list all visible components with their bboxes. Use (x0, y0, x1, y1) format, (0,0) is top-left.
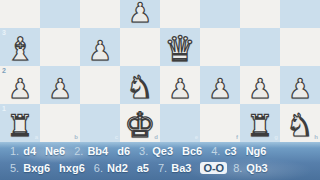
square-f3[interactable] (200, 28, 240, 66)
square-c1[interactable]: c (80, 104, 120, 142)
square-b1[interactable]: b (40, 104, 80, 142)
move-d6[interactable]: d6 (117, 145, 130, 157)
chess-app-root: 4♟3♝♟♛2♟♟♞♟♟♟♟1a♜bcd♚efg♜h♞ 1.d4Ne62.Bb4… (0, 0, 320, 180)
move-number-6.: 6. (94, 162, 103, 174)
white-pawn-c3-icon[interactable]: ♟ (88, 38, 112, 65)
file-label-b: b (74, 134, 78, 140)
square-f4[interactable] (200, 0, 240, 28)
move-number-1.: 1. (10, 145, 19, 157)
square-b3[interactable] (40, 28, 80, 66)
move-number-3.: 3. (139, 145, 148, 157)
file-label-f: f (236, 134, 238, 140)
move-number-5.: 5. (10, 162, 19, 174)
square-g3[interactable] (240, 28, 280, 66)
square-c2[interactable] (80, 66, 120, 104)
file-label-e: e (195, 134, 198, 140)
move-Qe3[interactable]: Qe3 (152, 145, 173, 157)
white-pawn-h2-icon[interactable]: ♟ (288, 76, 312, 103)
square-a4[interactable]: 4 (0, 0, 40, 28)
file-label-g: g (274, 134, 278, 140)
square-h4[interactable] (280, 0, 320, 28)
rank-label-2: 2 (2, 67, 6, 74)
white-pawn-e2-icon[interactable]: ♟ (168, 76, 192, 103)
white-pawn-d4-icon[interactable]: ♟ (128, 0, 152, 27)
white-knight-h1-icon[interactable]: ♞ (286, 110, 314, 141)
square-g4[interactable] (240, 0, 280, 28)
square-c4[interactable] (80, 0, 120, 28)
white-pawn-b2-icon[interactable]: ♟ (48, 76, 72, 103)
move-Qb3[interactable]: Qb3 (246, 162, 267, 174)
white-pawn-f2-icon[interactable]: ♟ (208, 76, 232, 103)
square-e4[interactable] (160, 0, 200, 28)
move-Ba3[interactable]: Ba3 (171, 162, 191, 174)
square-d4[interactable]: ♟ (120, 0, 160, 28)
move-Bb4[interactable]: Bb4 (87, 145, 108, 157)
square-a2[interactable]: 2♟ (0, 66, 40, 104)
move-number-4.: 4. (211, 145, 220, 157)
square-g2[interactable]: ♟ (240, 66, 280, 104)
move-number-7.: 7. (158, 162, 167, 174)
file-label-a: a (35, 134, 38, 140)
white-queen-e3-icon[interactable]: ♛ (164, 31, 195, 66)
white-bishop-a3-icon[interactable]: ♝ (6, 33, 35, 65)
move-Ng6[interactable]: Ng6 (246, 145, 267, 157)
square-d2[interactable]: ♞ (120, 66, 160, 104)
square-h1[interactable]: h♞ (280, 104, 320, 142)
move-Ne6[interactable]: Ne6 (45, 145, 65, 157)
move-Nd2[interactable]: Nd2 (107, 162, 128, 174)
square-f2[interactable]: ♟ (200, 66, 240, 104)
file-label-h: h (314, 134, 318, 140)
file-label-c: c (115, 134, 118, 140)
move-list-line-1: 1.d4Ne62.Bb4d63.Qe3Bc64.c3Ng6 (10, 145, 275, 157)
move-c3[interactable]: c3 (224, 145, 236, 157)
move-O-O-current[interactable]: O-O (200, 162, 227, 174)
board-grid: 4♟3♝♟♛2♟♟♞♟♟♟♟1a♜bcd♚efg♜h♞ (0, 0, 320, 142)
square-c3[interactable]: ♟ (80, 28, 120, 66)
white-pawn-g2-icon[interactable]: ♟ (248, 76, 272, 103)
square-e1[interactable]: e (160, 104, 200, 142)
square-f1[interactable]: f (200, 104, 240, 142)
square-d1[interactable]: d♚ (120, 104, 160, 142)
square-a3[interactable]: 3♝ (0, 28, 40, 66)
square-e2[interactable]: ♟ (160, 66, 200, 104)
square-h2[interactable]: ♟ (280, 66, 320, 104)
move-a5[interactable]: a5 (137, 162, 149, 174)
square-d3[interactable] (120, 28, 160, 66)
square-h3[interactable] (280, 28, 320, 66)
white-rook-g1-icon[interactable]: ♜ (247, 111, 274, 141)
white-king-d1-icon[interactable]: ♚ (124, 107, 155, 142)
square-b4[interactable] (40, 0, 80, 28)
move-list-line-2: 5.Bxg6hxg66.Nd2a57.Ba3O-O8.Qb3 (10, 162, 277, 174)
move-hxg6[interactable]: hxg6 (59, 162, 85, 174)
white-knight-d2-icon[interactable]: ♞ (126, 72, 154, 103)
rank-label-1: 1 (2, 105, 6, 112)
move-Bxg6[interactable]: Bxg6 (23, 162, 50, 174)
move-number-2.: 2. (74, 145, 83, 157)
move-d4[interactable]: d4 (23, 145, 36, 157)
square-e3[interactable]: ♛ (160, 28, 200, 66)
square-b2[interactable]: ♟ (40, 66, 80, 104)
white-rook-a1-icon[interactable]: ♜ (7, 111, 34, 141)
white-pawn-a2-icon[interactable]: ♟ (8, 76, 32, 103)
move-list-bar: 1.d4Ne62.Bb4d63.Qe3Bc64.c3Ng6 5.Bxg6hxg6… (0, 142, 320, 180)
move-number-8.: 8. (233, 162, 242, 174)
square-a1[interactable]: 1a♜ (0, 104, 40, 142)
square-g1[interactable]: g♜ (240, 104, 280, 142)
move-Bc6[interactable]: Bc6 (182, 145, 202, 157)
chess-board: 4♟3♝♟♛2♟♟♞♟♟♟♟1a♜bcd♚efg♜h♞ (0, 0, 320, 142)
